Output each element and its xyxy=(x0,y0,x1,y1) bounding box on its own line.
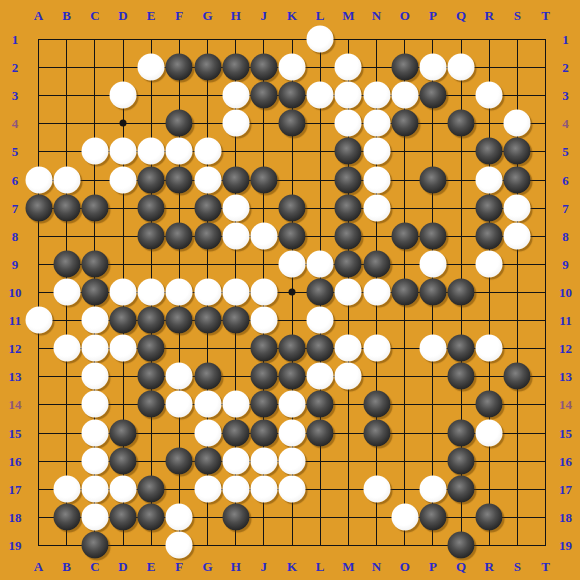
black-stone-H15 xyxy=(222,419,249,446)
col-label-top-L: L xyxy=(316,9,325,22)
black-stone-J13 xyxy=(250,363,277,390)
row-label-right-11: 11 xyxy=(559,314,571,327)
col-label-bottom-R: R xyxy=(485,560,494,573)
row-label-left-5: 5 xyxy=(12,145,19,158)
black-stone-Q4 xyxy=(448,110,475,137)
col-label-top-R: R xyxy=(485,9,494,22)
white-stone-C5 xyxy=(81,138,108,165)
col-label-top-H: H xyxy=(231,9,241,22)
row-label-right-8: 8 xyxy=(562,229,569,242)
col-label-bottom-P: P xyxy=(429,560,437,573)
col-label-top-Q: Q xyxy=(456,9,466,22)
col-label-top-G: G xyxy=(202,9,212,22)
black-stone-M6 xyxy=(335,166,362,193)
white-stone-R15 xyxy=(476,419,503,446)
white-stone-B6 xyxy=(53,166,80,193)
col-label-bottom-T: T xyxy=(541,560,550,573)
black-stone-E18 xyxy=(138,503,165,530)
white-stone-R6 xyxy=(476,166,503,193)
black-stone-J14 xyxy=(250,391,277,418)
white-stone-G10 xyxy=(194,278,221,305)
col-label-bottom-J: J xyxy=(261,560,268,573)
black-stone-H18 xyxy=(222,503,249,530)
white-stone-L13 xyxy=(307,363,334,390)
white-stone-B17 xyxy=(53,475,80,502)
white-stone-P9 xyxy=(419,250,446,277)
black-stone-S5 xyxy=(504,138,531,165)
row-label-left-9: 9 xyxy=(12,257,19,270)
white-stone-L11 xyxy=(307,307,334,334)
row-label-right-1: 1 xyxy=(562,33,569,46)
white-stone-P2 xyxy=(419,54,446,81)
row-label-left-10: 10 xyxy=(9,285,22,298)
black-stone-G13 xyxy=(194,363,221,390)
white-stone-N10 xyxy=(363,278,390,305)
white-stone-R12 xyxy=(476,335,503,362)
col-label-top-A: A xyxy=(34,9,43,22)
black-stone-C9 xyxy=(81,250,108,277)
white-stone-C13 xyxy=(81,363,108,390)
col-label-top-K: K xyxy=(287,9,297,22)
black-stone-K12 xyxy=(279,335,306,362)
black-stone-E7 xyxy=(138,194,165,221)
white-stone-A6 xyxy=(25,166,52,193)
white-stone-H4 xyxy=(222,110,249,137)
white-stone-H7 xyxy=(222,194,249,221)
row-label-left-18: 18 xyxy=(9,510,22,523)
row-label-right-4: 4 xyxy=(562,117,569,130)
white-stone-P12 xyxy=(419,335,446,362)
black-stone-C19 xyxy=(81,531,108,558)
black-stone-D15 xyxy=(110,419,137,446)
black-stone-P3 xyxy=(419,82,446,109)
col-label-bottom-K: K xyxy=(287,560,297,573)
white-stone-C18 xyxy=(81,503,108,530)
col-label-bottom-O: O xyxy=(400,560,410,573)
black-stone-O10 xyxy=(391,278,418,305)
white-stone-K9 xyxy=(279,250,306,277)
row-label-left-13: 13 xyxy=(9,370,22,383)
black-stone-D18 xyxy=(110,503,137,530)
black-stone-J2 xyxy=(250,54,277,81)
white-stone-N6 xyxy=(363,166,390,193)
col-label-bottom-B: B xyxy=(62,560,71,573)
white-stone-D6 xyxy=(110,166,137,193)
white-stone-K15 xyxy=(279,419,306,446)
white-stone-S7 xyxy=(504,194,531,221)
col-label-top-N: N xyxy=(372,9,381,22)
black-stone-Q16 xyxy=(448,447,475,474)
white-stone-N7 xyxy=(363,194,390,221)
black-stone-L12 xyxy=(307,335,334,362)
white-stone-C11 xyxy=(81,307,108,334)
row-label-left-6: 6 xyxy=(12,173,19,186)
white-stone-D5 xyxy=(110,138,137,165)
black-stone-F11 xyxy=(166,307,193,334)
black-stone-C10 xyxy=(81,278,108,305)
col-label-bottom-C: C xyxy=(90,560,99,573)
white-stone-H14 xyxy=(222,391,249,418)
white-stone-S4 xyxy=(504,110,531,137)
black-stone-L14 xyxy=(307,391,334,418)
black-stone-Q17 xyxy=(448,475,475,502)
col-label-bottom-G: G xyxy=(202,560,212,573)
white-stone-H8 xyxy=(222,222,249,249)
black-stone-K4 xyxy=(279,110,306,137)
row-label-left-11: 11 xyxy=(9,314,21,327)
row-label-right-15: 15 xyxy=(559,426,572,439)
white-stone-J17 xyxy=(250,475,277,502)
row-label-left-7: 7 xyxy=(12,201,19,214)
white-stone-J11 xyxy=(250,307,277,334)
row-label-left-15: 15 xyxy=(9,426,22,439)
black-stone-M9 xyxy=(335,250,362,277)
row-label-right-7: 7 xyxy=(562,201,569,214)
black-stone-Q19 xyxy=(448,531,475,558)
black-stone-C7 xyxy=(81,194,108,221)
white-stone-J8 xyxy=(250,222,277,249)
black-stone-R7 xyxy=(476,194,503,221)
white-stone-M12 xyxy=(335,335,362,362)
white-stone-N4 xyxy=(363,110,390,137)
col-label-top-O: O xyxy=(400,9,410,22)
row-label-right-9: 9 xyxy=(562,257,569,270)
black-stone-K8 xyxy=(279,222,306,249)
white-stone-F10 xyxy=(166,278,193,305)
black-stone-P6 xyxy=(419,166,446,193)
white-stone-M3 xyxy=(335,82,362,109)
black-stone-E12 xyxy=(138,335,165,362)
black-stone-R5 xyxy=(476,138,503,165)
white-stone-N17 xyxy=(363,475,390,502)
black-stone-B18 xyxy=(53,503,80,530)
white-stone-F19 xyxy=(166,531,193,558)
white-stone-J10 xyxy=(250,278,277,305)
col-label-bottom-A: A xyxy=(34,560,43,573)
black-stone-F6 xyxy=(166,166,193,193)
white-stone-G14 xyxy=(194,391,221,418)
col-label-bottom-D: D xyxy=(118,560,127,573)
col-label-top-J: J xyxy=(261,9,268,22)
black-stone-Q15 xyxy=(448,419,475,446)
col-label-top-B: B xyxy=(62,9,71,22)
white-stone-J16 xyxy=(250,447,277,474)
white-stone-O3 xyxy=(391,82,418,109)
row-label-right-18: 18 xyxy=(559,510,572,523)
white-stone-B10 xyxy=(53,278,80,305)
black-stone-G7 xyxy=(194,194,221,221)
white-stone-H17 xyxy=(222,475,249,502)
col-label-top-T: T xyxy=(541,9,550,22)
white-stone-D3 xyxy=(110,82,137,109)
row-label-right-6: 6 xyxy=(562,173,569,186)
white-stone-C15 xyxy=(81,419,108,446)
row-label-right-2: 2 xyxy=(562,61,569,74)
col-label-bottom-E: E xyxy=(147,560,156,573)
black-stone-N9 xyxy=(363,250,390,277)
white-stone-G6 xyxy=(194,166,221,193)
white-stone-K16 xyxy=(279,447,306,474)
white-stone-K2 xyxy=(279,54,306,81)
white-stone-H16 xyxy=(222,447,249,474)
black-stone-E8 xyxy=(138,222,165,249)
black-stone-H11 xyxy=(222,307,249,334)
col-label-bottom-H: H xyxy=(231,560,241,573)
black-stone-P18 xyxy=(419,503,446,530)
black-stone-E11 xyxy=(138,307,165,334)
black-stone-S6 xyxy=(504,166,531,193)
white-stone-G5 xyxy=(194,138,221,165)
black-stone-P8 xyxy=(419,222,446,249)
row-label-right-17: 17 xyxy=(559,482,572,495)
white-stone-O18 xyxy=(391,503,418,530)
col-label-bottom-Q: Q xyxy=(456,560,466,573)
black-stone-M7 xyxy=(335,194,362,221)
col-label-top-P: P xyxy=(429,9,437,22)
row-label-left-4: 4 xyxy=(12,117,19,130)
white-stone-R9 xyxy=(476,250,503,277)
row-label-left-14: 14 xyxy=(9,398,22,411)
white-stone-M4 xyxy=(335,110,362,137)
row-label-right-10: 10 xyxy=(559,285,572,298)
row-label-right-12: 12 xyxy=(559,342,572,355)
black-stone-F8 xyxy=(166,222,193,249)
white-stone-C14 xyxy=(81,391,108,418)
row-label-right-16: 16 xyxy=(559,454,572,467)
white-stone-H10 xyxy=(222,278,249,305)
black-stone-E17 xyxy=(138,475,165,502)
white-stone-F13 xyxy=(166,363,193,390)
black-stone-D16 xyxy=(110,447,137,474)
white-stone-K14 xyxy=(279,391,306,418)
black-stone-G16 xyxy=(194,447,221,474)
col-label-top-F: F xyxy=(175,9,183,22)
row-label-right-5: 5 xyxy=(562,145,569,158)
white-stone-L9 xyxy=(307,250,334,277)
black-stone-B7 xyxy=(53,194,80,221)
star-point-D4 xyxy=(120,120,127,127)
col-label-bottom-F: F xyxy=(175,560,183,573)
row-label-left-1: 1 xyxy=(12,33,19,46)
row-label-left-19: 19 xyxy=(9,538,22,551)
col-label-top-S: S xyxy=(514,9,521,22)
black-stone-J15 xyxy=(250,419,277,446)
white-stone-E2 xyxy=(138,54,165,81)
black-stone-M8 xyxy=(335,222,362,249)
col-label-bottom-L: L xyxy=(316,560,325,573)
black-stone-A7 xyxy=(25,194,52,221)
white-stone-R3 xyxy=(476,82,503,109)
row-label-left-17: 17 xyxy=(9,482,22,495)
white-stone-C12 xyxy=(81,335,108,362)
white-stone-Q2 xyxy=(448,54,475,81)
black-stone-F2 xyxy=(166,54,193,81)
black-stone-O4 xyxy=(391,110,418,137)
col-label-bottom-N: N xyxy=(372,560,381,573)
black-stone-E6 xyxy=(138,166,165,193)
row-label-right-14: 14 xyxy=(559,398,572,411)
black-stone-Q12 xyxy=(448,335,475,362)
white-stone-C16 xyxy=(81,447,108,474)
black-stone-H2 xyxy=(222,54,249,81)
black-stone-L10 xyxy=(307,278,334,305)
white-stone-G15 xyxy=(194,419,221,446)
row-label-left-16: 16 xyxy=(9,454,22,467)
white-stone-H3 xyxy=(222,82,249,109)
black-stone-G11 xyxy=(194,307,221,334)
black-stone-J3 xyxy=(250,82,277,109)
white-stone-L3 xyxy=(307,82,334,109)
white-stone-C17 xyxy=(81,475,108,502)
white-stone-N3 xyxy=(363,82,390,109)
black-stone-B9 xyxy=(53,250,80,277)
black-stone-G2 xyxy=(194,54,221,81)
white-stone-F18 xyxy=(166,503,193,530)
col-label-top-D: D xyxy=(118,9,127,22)
black-stone-K3 xyxy=(279,82,306,109)
col-label-top-E: E xyxy=(147,9,156,22)
star-point-K10 xyxy=(289,288,296,295)
black-stone-H6 xyxy=(222,166,249,193)
col-label-bottom-M: M xyxy=(342,560,354,573)
white-stone-M2 xyxy=(335,54,362,81)
white-stone-K17 xyxy=(279,475,306,502)
go-board[interactable]: AABBCCDDEEFFGGHHJJKKLLMMNNOOPPQQRRSSTT11… xyxy=(0,0,580,580)
white-stone-G17 xyxy=(194,475,221,502)
black-stone-P10 xyxy=(419,278,446,305)
row-label-right-13: 13 xyxy=(559,370,572,383)
black-stone-F4 xyxy=(166,110,193,137)
black-stone-R8 xyxy=(476,222,503,249)
black-stone-K7 xyxy=(279,194,306,221)
white-stone-F5 xyxy=(166,138,193,165)
white-stone-A11 xyxy=(25,307,52,334)
black-stone-N14 xyxy=(363,391,390,418)
white-stone-N5 xyxy=(363,138,390,165)
white-stone-E5 xyxy=(138,138,165,165)
black-stone-G8 xyxy=(194,222,221,249)
white-stone-B12 xyxy=(53,335,80,362)
black-stone-D11 xyxy=(110,307,137,334)
white-stone-F14 xyxy=(166,391,193,418)
black-stone-R18 xyxy=(476,503,503,530)
white-stone-P17 xyxy=(419,475,446,502)
black-stone-E13 xyxy=(138,363,165,390)
row-label-right-3: 3 xyxy=(562,89,569,102)
black-stone-E14 xyxy=(138,391,165,418)
white-stone-S8 xyxy=(504,222,531,249)
black-stone-M5 xyxy=(335,138,362,165)
row-label-left-2: 2 xyxy=(12,61,19,74)
white-stone-M13 xyxy=(335,363,362,390)
white-stone-M10 xyxy=(335,278,362,305)
white-stone-E10 xyxy=(138,278,165,305)
black-stone-S13 xyxy=(504,363,531,390)
white-stone-N12 xyxy=(363,335,390,362)
row-label-left-12: 12 xyxy=(9,342,22,355)
row-label-right-19: 19 xyxy=(559,538,572,551)
row-label-left-8: 8 xyxy=(12,229,19,242)
black-stone-O2 xyxy=(391,54,418,81)
black-stone-J12 xyxy=(250,335,277,362)
white-stone-L1 xyxy=(307,26,334,53)
row-label-left-3: 3 xyxy=(12,89,19,102)
black-stone-Q13 xyxy=(448,363,475,390)
white-stone-D12 xyxy=(110,335,137,362)
col-label-bottom-S: S xyxy=(514,560,521,573)
black-stone-N15 xyxy=(363,419,390,446)
black-stone-F16 xyxy=(166,447,193,474)
black-stone-L15 xyxy=(307,419,334,446)
black-stone-J6 xyxy=(250,166,277,193)
black-stone-R14 xyxy=(476,391,503,418)
black-stone-K13 xyxy=(279,363,306,390)
black-stone-O8 xyxy=(391,222,418,249)
col-label-top-M: M xyxy=(342,9,354,22)
col-label-top-C: C xyxy=(90,9,99,22)
white-stone-D17 xyxy=(110,475,137,502)
black-stone-Q10 xyxy=(448,278,475,305)
white-stone-D10 xyxy=(110,278,137,305)
